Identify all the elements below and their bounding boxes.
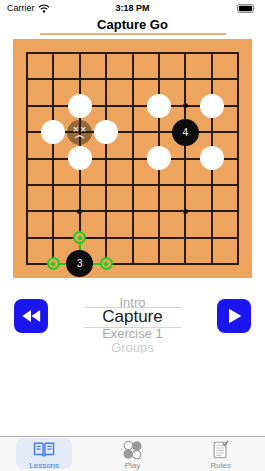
stone-layer: 43 — [14, 40, 251, 277]
go-board[interactable]: 43 — [13, 39, 252, 278]
white-stone — [68, 94, 92, 118]
white-stone — [68, 146, 92, 170]
white-stone — [41, 120, 65, 144]
tab-rules[interactable]: Rules — [177, 437, 265, 471]
liberty-marker — [73, 231, 86, 244]
play-icon — [224, 307, 244, 325]
tab-lessons[interactable]: Lessons — [0, 437, 88, 471]
captured-stone — [67, 120, 92, 145]
white-stone — [147, 146, 171, 170]
liberty-marker — [47, 257, 60, 270]
clock: 3:18 PM — [0, 3, 265, 13]
go-stones-icon — [121, 440, 144, 460]
tab-bar: Lessons Play Rules — [0, 436, 265, 471]
open-book-icon — [32, 440, 56, 460]
white-stone — [200, 146, 224, 170]
page-title: Capture Go — [0, 17, 265, 32]
tab-rules-label: Rules — [211, 461, 231, 470]
battery-icon — [237, 4, 257, 13]
title-underline — [40, 33, 226, 35]
tab-play[interactable]: Play — [88, 437, 176, 471]
checklist-document-icon — [210, 440, 231, 460]
status-bar: Carrier 3:18 PM — [0, 0, 265, 16]
tab-lessons-label: Lessons — [29, 461, 59, 470]
next-lesson-button[interactable] — [217, 299, 251, 333]
tab-play-label: Play — [125, 461, 141, 470]
black-stone: 3 — [66, 250, 93, 277]
black-stone: 4 — [172, 119, 199, 146]
picker-item-groups[interactable]: Groups — [0, 340, 265, 353]
white-stone — [147, 94, 171, 118]
white-stone — [94, 120, 118, 144]
liberty-marker — [100, 257, 113, 270]
capture-go-app: Carrier 3:18 PM Capture Go 43 Int — [0, 0, 265, 471]
white-stone — [200, 94, 224, 118]
